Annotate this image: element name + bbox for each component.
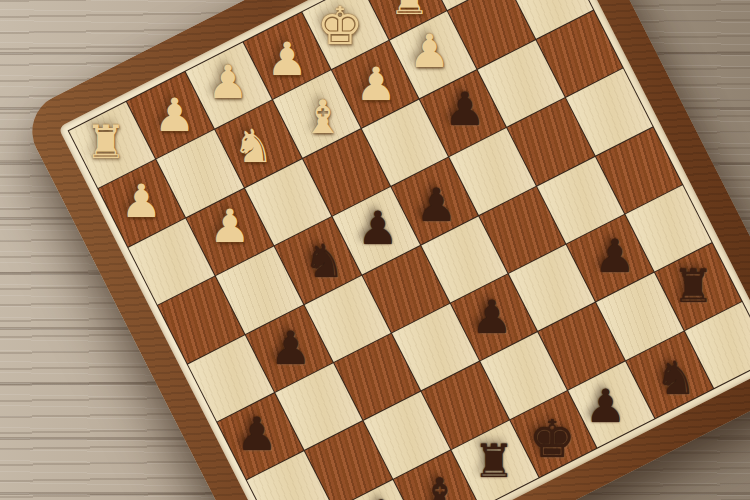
black-knight-c5: ♞ (304, 239, 345, 285)
board-grid: ♜♟♟♟♚♜♟♟♞♝♟♟♟♟♞♟♟♟♟♟♟♜♝♝♜♚♟♞ (68, 0, 750, 500)
white-king-e8: ♚ (317, 0, 364, 52)
black-pawn-f1: ♟ (585, 383, 626, 429)
black-pawn-f6: ♟ (445, 86, 486, 132)
white-pawn-d8: ♟ (266, 36, 307, 82)
board-frame: ♜♟♟♟♚♜♟♟♞♝♟♟♟♟♞♟♟♟♟♟♟♜♝♝♜♚♟♞ (19, 0, 750, 500)
black-pawn-e3: ♟ (471, 294, 512, 340)
black-bishop-b1: ♝ (360, 494, 401, 500)
white-rook-a8: ♜ (85, 120, 126, 166)
white-pawn-b8: ♟ (154, 92, 195, 138)
white-bishop-d7: ♝ (302, 94, 343, 140)
white-pawn-e7: ♟ (355, 61, 396, 107)
white-rook-f8: ♜ (389, 0, 430, 21)
table-background: ♜♟♟♟♚♜♟♟♞♝♟♟♟♟♞♟♟♟♟♟♟♜♝♝♜♚♟♞ (0, 0, 750, 500)
black-pawn-d5: ♟ (357, 205, 398, 251)
white-pawn-b6: ♟ (209, 203, 250, 249)
black-knight-g1: ♞ (655, 355, 696, 401)
black-pawn-e5: ♟ (416, 183, 457, 229)
black-king-e1: ♚ (529, 413, 576, 465)
black-pawn-g3: ♟ (594, 233, 635, 279)
black-bishop-c1: ♝ (419, 472, 460, 500)
white-pawn-f7: ♟ (409, 28, 450, 74)
black-pawn-a3: ♟ (236, 411, 277, 457)
white-knight-c7: ♞ (233, 122, 274, 168)
board-border-strip: ♜♟♟♟♚♜♟♟♞♝♟♟♟♟♞♟♟♟♟♟♟♜♝♝♜♚♟♞ (58, 0, 750, 500)
black-pawn-b4: ♟ (270, 325, 311, 371)
black-rook-d1: ♜ (473, 438, 514, 484)
white-pawn-a7: ♟ (120, 178, 161, 224)
black-rook-h2: ♜ (673, 263, 714, 309)
white-pawn-c8: ♟ (208, 59, 249, 105)
